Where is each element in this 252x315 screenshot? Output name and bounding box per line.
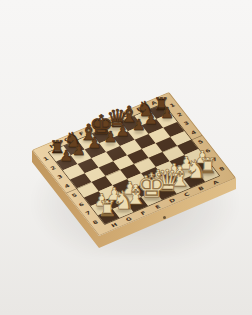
piece-black-pawn-d7: ♟ [116, 125, 130, 140]
piece-shadow-c2 [169, 176, 180, 179]
piece-shadow-f1 [127, 203, 144, 207]
piece-white-rook-h1: ♜ [98, 198, 117, 219]
piece-shadow-c8 [123, 122, 137, 125]
piece-shadow-h7 [62, 161, 71, 164]
piece-white-king-e1: ♚ [137, 169, 167, 202]
piece-shadow-e8 [93, 133, 110, 137]
piece-shadow-g8 [67, 146, 80, 149]
piece-shadow-a7 [162, 119, 171, 122]
piece-shadow-a1 [202, 173, 215, 176]
piece-white-pawn-h2: ♟ [94, 192, 110, 210]
piece-shadow-f2 [125, 195, 136, 198]
piece-shadow-b1 [188, 179, 204, 182]
piece-shadow-d8 [110, 128, 125, 131]
piece-shadow-b8 [139, 116, 152, 119]
piece-black-bishop-c8: ♝ [120, 103, 140, 125]
piece-white-knight-g1: ♞ [112, 189, 134, 214]
piece-black-pawn-f7: ♟ [88, 137, 102, 152]
piece-shadow-e2 [140, 189, 151, 192]
piece-shadow-g2 [109, 201, 120, 204]
piece-white-bishop-f1: ♝ [124, 181, 148, 208]
piece-black-pawn-a7: ♟ [160, 106, 174, 121]
piece-black-rook-h8: ♜ [49, 138, 64, 155]
piece-shadow-a8 [156, 110, 167, 113]
piece-black-knight-g8: ♞ [64, 129, 82, 150]
piece-black-knight-b8: ♞ [136, 98, 154, 119]
piece-black-pawn-h7: ♟ [60, 149, 74, 164]
piece-shadow-e1 [141, 197, 162, 201]
piece-black-pawn-b7: ♟ [144, 112, 158, 127]
piece-black-king-e8: ♚ [89, 111, 113, 138]
piece-shadow-h8 [52, 152, 63, 155]
piece-shadow-c1 [171, 185, 188, 189]
piece-white-pawn-d2: ♟ [150, 168, 166, 186]
piece-black-pawn-e7: ♟ [104, 131, 118, 146]
piece-white-pawn-a2: ♟ [194, 149, 210, 167]
pieces-layer: ♜♞♝♛♚♝♞♜♟♟♟♟♟♟♟♟♟♟♟♟♟♟♟♟♜♞♝♛♚♝♞♜ [0, 0, 252, 315]
piece-shadow-d1 [158, 191, 177, 195]
piece-white-knight-b1: ♞ [184, 158, 206, 183]
piece-white-pawn-g2: ♟ [106, 186, 122, 204]
piece-white-bishop-c1: ♝ [168, 162, 192, 189]
piece-shadow-d7 [118, 137, 127, 140]
piece-shadow-b2 [181, 170, 192, 173]
piece-white-pawn-f2: ♟ [122, 180, 138, 198]
piece-shadow-f7 [90, 149, 99, 152]
piece-white-pawn-c2: ♟ [166, 162, 182, 180]
piece-shadow-h2 [96, 207, 107, 210]
piece-shadow-f8 [82, 140, 96, 143]
piece-shadow-b7 [146, 125, 155, 128]
piece-white-queen-d1: ♛ [154, 166, 181, 196]
product-photo: 11HH22GG33FF44EE55DD66CC77BB88AA ♜♞♝♛♚♝♞… [0, 0, 252, 315]
piece-black-rook-a8: ♜ [154, 95, 169, 112]
piece-white-rook-a1: ♜ [199, 155, 218, 176]
piece-shadow-g1 [116, 209, 132, 212]
piece-black-pawn-g7: ♟ [72, 143, 86, 158]
piece-black-pawn-c7: ♟ [132, 118, 146, 133]
piece-black-bishop-f8: ♝ [79, 121, 99, 143]
piece-shadow-d2 [153, 182, 164, 185]
piece-shadow-c7 [134, 131, 143, 134]
piece-white-pawn-e2: ♟ [138, 174, 154, 192]
piece-shadow-a2 [197, 164, 208, 167]
piece-white-pawn-b2: ♟ [179, 156, 195, 174]
piece-shadow-h1 [101, 216, 114, 219]
piece-shadow-e7 [106, 143, 115, 146]
piece-black-queen-d8: ♛ [106, 107, 128, 132]
piece-shadow-g7 [74, 155, 83, 158]
